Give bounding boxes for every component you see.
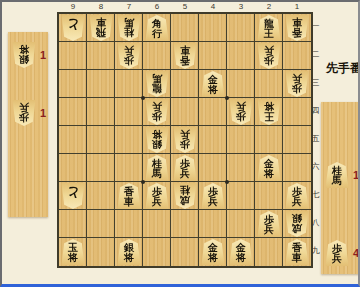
board-cell[interactable] <box>87 182 115 210</box>
rank-label: 九 <box>310 246 321 255</box>
piece-kanji: 歩兵 <box>332 244 342 264</box>
piece-kanji: 歩兵 <box>152 187 162 207</box>
hand-piece-slot: 歩兵1 <box>12 100 36 126</box>
board-cell[interactable] <box>59 154 87 182</box>
piece-kanji: 歩兵 <box>292 73 302 93</box>
piece-kanji: 角行 <box>152 19 162 39</box>
hand-piece-count: 1 <box>40 107 46 119</box>
piece-kanji: 歩兵 <box>208 187 218 207</box>
board-cell[interactable] <box>59 126 87 154</box>
piece-kanji: 成桂 <box>180 185 190 205</box>
piece-kanji: 歩兵 <box>19 102 29 122</box>
piece-kanji: 玉将 <box>68 243 78 263</box>
board-cell[interactable] <box>59 210 87 238</box>
board-cell[interactable] <box>171 98 199 126</box>
board-cell[interactable] <box>199 126 227 154</box>
board-cell[interactable] <box>227 70 255 98</box>
board-cell[interactable] <box>171 70 199 98</box>
hand-piece-slot: 歩兵4 <box>325 240 349 266</box>
board-cell[interactable] <box>87 70 115 98</box>
board-cell[interactable] <box>59 98 87 126</box>
board-cell[interactable] <box>283 154 311 182</box>
piece-kanji: 成銀 <box>292 213 302 233</box>
star-point <box>225 180 229 184</box>
file-label: 5 <box>171 2 199 11</box>
board-cell[interactable] <box>87 238 115 266</box>
piece-kanji: 銀将 <box>152 129 162 149</box>
board-cell[interactable] <box>199 154 227 182</box>
board-cell[interactable] <box>87 154 115 182</box>
star-point <box>141 180 145 184</box>
piece-kanji: 歩兵 <box>292 187 302 207</box>
piece-kanji: 金将 <box>208 75 218 95</box>
board-cell[interactable] <box>171 14 199 42</box>
hand-piece-slot: 桂馬1 <box>325 162 349 188</box>
piece-kanji: 龍王 <box>264 19 274 39</box>
board-cell[interactable] <box>59 70 87 98</box>
file-label: 7 <box>115 2 143 11</box>
board-cell[interactable] <box>143 210 171 238</box>
rank-label: 五 <box>310 134 321 143</box>
hand-piece-count: 1 <box>353 169 359 181</box>
piece-kanji: 金将 <box>208 243 218 263</box>
board-cell[interactable] <box>87 42 115 70</box>
piece-kanji: 金将 <box>264 159 274 179</box>
turn-indicator: 先手番 <box>326 60 360 77</box>
piece-kanji: と <box>66 20 79 33</box>
piece-kanji: と <box>66 188 79 201</box>
board-cell[interactable] <box>227 42 255 70</box>
file-label: 3 <box>227 2 255 11</box>
rank-label: 四 <box>310 106 321 115</box>
piece-kanji: 銀将 <box>124 243 134 263</box>
board-cell[interactable] <box>115 210 143 238</box>
board-cell[interactable] <box>255 182 283 210</box>
rank-label: 六 <box>310 162 321 171</box>
shogi-piece-sente[interactable]: 桂馬 <box>325 162 349 188</box>
shogi-board: と飛車桂馬角行龍王香車歩兵香車歩兵龍馬金将歩兵歩兵歩兵王将銀将歩兵桂馬歩兵金将と… <box>57 12 313 268</box>
rank-label: 三 <box>310 78 321 87</box>
file-label: 9 <box>59 2 87 11</box>
board-cell[interactable] <box>199 42 227 70</box>
board-cell[interactable] <box>199 14 227 42</box>
board-cell[interactable] <box>199 210 227 238</box>
piece-kanji: 香車 <box>292 243 302 263</box>
board-cell[interactable] <box>255 70 283 98</box>
board-cell[interactable] <box>227 154 255 182</box>
rank-label: 一 <box>310 22 321 31</box>
hand-piece-slot: 銀将1 <box>12 42 36 68</box>
star-point <box>225 96 229 100</box>
file-label: 4 <box>199 2 227 11</box>
board-cell[interactable] <box>255 238 283 266</box>
file-label: 1 <box>283 2 311 11</box>
hand-piece-count: 1 <box>40 49 46 61</box>
board-cell[interactable] <box>87 98 115 126</box>
board-cell[interactable] <box>227 182 255 210</box>
hand-piece-count: 4 <box>353 247 359 259</box>
board-cell[interactable] <box>143 42 171 70</box>
board-cell[interactable] <box>115 98 143 126</box>
piece-kanji: 飛車 <box>96 17 106 37</box>
board-cell[interactable] <box>87 210 115 238</box>
gote-hand-tray: 銀将1歩兵1 <box>8 32 48 217</box>
board-cell[interactable] <box>199 98 227 126</box>
piece-kanji: 龍馬 <box>152 73 162 93</box>
piece-kanji: 金将 <box>236 243 246 263</box>
piece-kanji: 歩兵 <box>180 129 190 149</box>
board-cell[interactable] <box>171 238 199 266</box>
piece-kanji: 歩兵 <box>264 45 274 65</box>
shogi-piece-sente[interactable]: 歩兵 <box>325 240 349 266</box>
piece-kanji: 歩兵 <box>180 159 190 179</box>
board-cell[interactable] <box>171 210 199 238</box>
board-cell[interactable] <box>283 98 311 126</box>
board-cell[interactable] <box>227 14 255 42</box>
board-cell[interactable] <box>115 70 143 98</box>
board-cell[interactable] <box>283 42 311 70</box>
piece-kanji: 桂馬 <box>152 159 162 179</box>
board-cell[interactable] <box>115 154 143 182</box>
piece-kanji: 歩兵 <box>124 45 134 65</box>
board-cell[interactable] <box>87 126 115 154</box>
piece-kanji: 王将 <box>264 101 274 121</box>
piece-kanji: 歩兵 <box>264 215 274 235</box>
shogi-piece-gote[interactable]: 銀将 <box>12 42 36 68</box>
sente-hand-tray: 桂馬1歩兵4 <box>321 102 359 274</box>
shogi-app: 987654321 と飛車桂馬角行龍王香車歩兵香車歩兵龍馬金将歩兵歩兵歩兵王将銀… <box>0 0 360 287</box>
shogi-piece-gote[interactable]: 歩兵 <box>12 100 36 126</box>
piece-kanji: 香車 <box>124 187 134 207</box>
board-cell[interactable] <box>115 126 143 154</box>
board-cell[interactable] <box>255 126 283 154</box>
rank-label: 二 <box>310 50 321 59</box>
file-label: 6 <box>143 2 171 11</box>
file-label: 2 <box>255 2 283 11</box>
piece-kanji: 歩兵 <box>152 101 162 121</box>
piece-kanji: 銀将 <box>19 44 29 64</box>
board-cell[interactable] <box>283 126 311 154</box>
file-label: 8 <box>87 2 115 11</box>
board-cell[interactable] <box>227 210 255 238</box>
rank-label: 八 <box>310 218 321 227</box>
board-cell[interactable] <box>59 42 87 70</box>
piece-kanji: 桂馬 <box>124 17 134 37</box>
board-cell[interactable] <box>227 126 255 154</box>
rank-label: 七 <box>310 190 321 199</box>
piece-kanji: 歩兵 <box>236 101 246 121</box>
piece-kanji: 桂馬 <box>332 166 342 186</box>
board-cell[interactable] <box>143 238 171 266</box>
piece-kanji: 香車 <box>292 17 302 37</box>
star-point <box>141 96 145 100</box>
piece-kanji: 香車 <box>180 45 190 65</box>
